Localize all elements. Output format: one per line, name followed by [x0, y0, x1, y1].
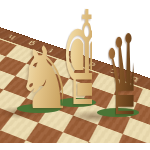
queen-felt-pad	[97, 108, 139, 117]
knight-felt-pad	[17, 104, 61, 113]
chess-board: hgfedcba	[0, 24, 150, 150]
king-felt-pad	[56, 98, 96, 107]
background-crop-strip	[0, 143, 150, 150]
product-photo: hgfedcba ♞ ♚ ♛	[0, 0, 150, 150]
